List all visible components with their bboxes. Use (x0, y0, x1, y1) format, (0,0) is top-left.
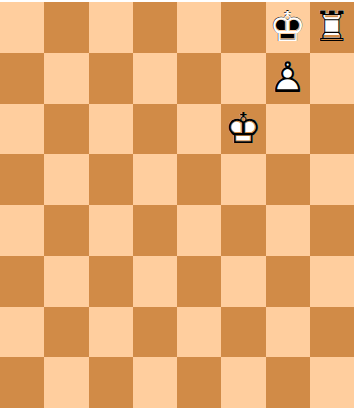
chess-diagram: ♚♔♜♖♟♙♚♔ (0, 0, 354, 410)
square-b2[interactable] (44, 307, 88, 358)
square-g3[interactable] (266, 256, 310, 307)
square-a8[interactable] (0, 2, 44, 53)
piece-black-king-g8[interactable]: ♚♔ (266, 2, 310, 53)
square-d7[interactable] (133, 53, 177, 104)
square-h2[interactable] (310, 307, 354, 358)
piece-white-king-f6[interactable]: ♚♔ (221, 104, 265, 155)
square-f1[interactable] (221, 357, 265, 408)
square-e8[interactable] (177, 2, 221, 53)
square-h7[interactable] (310, 53, 354, 104)
square-b3[interactable] (44, 256, 88, 307)
white-pawn-icon: ♙ (266, 53, 310, 104)
square-e4[interactable] (177, 205, 221, 256)
square-a3[interactable] (0, 256, 44, 307)
square-g4[interactable] (266, 205, 310, 256)
square-e2[interactable] (177, 307, 221, 358)
square-g2[interactable] (266, 307, 310, 358)
square-f6[interactable]: ♚♔ (221, 104, 265, 155)
square-a6[interactable] (0, 104, 44, 155)
square-c1[interactable] (89, 357, 133, 408)
square-h1[interactable] (310, 357, 354, 408)
piece-white-pawn-g7[interactable]: ♟♙ (266, 53, 310, 104)
white-rook-fill-glyph: ♜ (310, 2, 354, 53)
square-d4[interactable] (133, 205, 177, 256)
square-d3[interactable] (133, 256, 177, 307)
square-g5[interactable] (266, 154, 310, 205)
square-f8[interactable] (221, 2, 265, 53)
white-king-fill-glyph: ♚ (221, 104, 265, 155)
square-b8[interactable] (44, 2, 88, 53)
square-e3[interactable] (177, 256, 221, 307)
square-c8[interactable] (89, 2, 133, 53)
square-a2[interactable] (0, 307, 44, 358)
square-c3[interactable] (89, 256, 133, 307)
square-h4[interactable] (310, 205, 354, 256)
square-e7[interactable] (177, 53, 221, 104)
square-f4[interactable] (221, 205, 265, 256)
square-d6[interactable] (133, 104, 177, 155)
black-king-icon: ♔ (266, 2, 310, 53)
square-g6[interactable] (266, 104, 310, 155)
square-a7[interactable] (0, 53, 44, 104)
square-f5[interactable] (221, 154, 265, 205)
square-e1[interactable] (177, 357, 221, 408)
white-rook-icon: ♖ (310, 2, 354, 53)
square-c6[interactable] (89, 104, 133, 155)
square-h3[interactable] (310, 256, 354, 307)
white-pawn-fill-glyph: ♟ (266, 53, 310, 104)
square-d8[interactable] (133, 2, 177, 53)
square-c4[interactable] (89, 205, 133, 256)
square-g8[interactable]: ♚♔ (266, 2, 310, 53)
square-h6[interactable] (310, 104, 354, 155)
square-h8[interactable]: ♜♖ (310, 2, 354, 53)
square-b7[interactable] (44, 53, 88, 104)
square-d5[interactable] (133, 154, 177, 205)
square-d1[interactable] (133, 357, 177, 408)
square-b5[interactable] (44, 154, 88, 205)
square-c7[interactable] (89, 53, 133, 104)
square-a4[interactable] (0, 205, 44, 256)
square-e5[interactable] (177, 154, 221, 205)
square-d2[interactable] (133, 307, 177, 358)
chess-board: ♚♔♜♖♟♙♚♔ (0, 2, 354, 408)
square-a5[interactable] (0, 154, 44, 205)
white-king-icon: ♔ (221, 104, 265, 155)
square-h5[interactable] (310, 154, 354, 205)
piece-white-rook-h8[interactable]: ♜♖ (310, 2, 354, 53)
square-b1[interactable] (44, 357, 88, 408)
square-f7[interactable] (221, 53, 265, 104)
square-c2[interactable] (89, 307, 133, 358)
square-e6[interactable] (177, 104, 221, 155)
square-c5[interactable] (89, 154, 133, 205)
square-a1[interactable] (0, 357, 44, 408)
square-g1[interactable] (266, 357, 310, 408)
square-g7[interactable]: ♟♙ (266, 53, 310, 104)
black-king-fill-glyph: ♚ (266, 2, 310, 53)
square-f2[interactable] (221, 307, 265, 358)
square-b4[interactable] (44, 205, 88, 256)
square-b6[interactable] (44, 104, 88, 155)
square-f3[interactable] (221, 256, 265, 307)
